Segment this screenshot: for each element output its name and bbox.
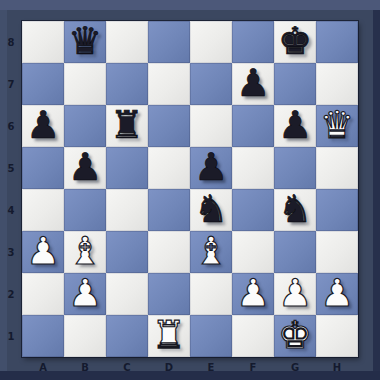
square-f5[interactable] (232, 147, 274, 189)
square-b7[interactable] (64, 63, 106, 105)
square-c4[interactable] (106, 189, 148, 231)
rank-label-3: 3 (0, 231, 22, 273)
square-f8[interactable] (232, 21, 274, 63)
square-d5[interactable] (148, 147, 190, 189)
square-a7[interactable] (22, 63, 64, 105)
square-g2[interactable]: ♟ (274, 273, 316, 315)
square-h4[interactable] (316, 189, 358, 231)
square-h5[interactable] (316, 147, 358, 189)
square-f2[interactable]: ♟ (232, 273, 274, 315)
square-d7[interactable] (148, 63, 190, 105)
square-a2[interactable] (22, 273, 64, 315)
rank-label-5: 5 (0, 147, 22, 189)
square-d1[interactable]: ♜ (148, 315, 190, 357)
black-king-piece[interactable]: ♚ (278, 20, 312, 62)
rank-label-2: 2 (0, 273, 22, 315)
black-knight-piece[interactable]: ♞ (194, 188, 228, 230)
square-g3[interactable] (274, 231, 316, 273)
square-e6[interactable] (190, 105, 232, 147)
square-b6[interactable] (64, 105, 106, 147)
black-knight-piece[interactable]: ♞ (278, 188, 312, 230)
square-b1[interactable] (64, 315, 106, 357)
square-a1[interactable] (22, 315, 64, 357)
white-pawn-piece[interactable]: ♟ (278, 272, 312, 314)
square-f7[interactable]: ♟ (232, 63, 274, 105)
square-e2[interactable] (190, 273, 232, 315)
square-d3[interactable] (148, 231, 190, 273)
square-h7[interactable] (316, 63, 358, 105)
rank-label-6: 6 (0, 105, 22, 147)
square-g4[interactable]: ♞ (274, 189, 316, 231)
square-g7[interactable] (274, 63, 316, 105)
black-rook-piece[interactable]: ♜ (110, 104, 144, 146)
square-c5[interactable] (106, 147, 148, 189)
square-d6[interactable] (148, 105, 190, 147)
white-king-piece[interactable]: ♚ (278, 314, 312, 356)
square-d2[interactable] (148, 273, 190, 315)
square-b4[interactable] (64, 189, 106, 231)
square-b3[interactable]: ♝ (64, 231, 106, 273)
white-pawn-piece[interactable]: ♟ (26, 230, 60, 272)
square-h1[interactable] (316, 315, 358, 357)
file-label-b: B (64, 358, 106, 376)
file-label-e: E (190, 358, 232, 376)
black-pawn-piece[interactable]: ♟ (278, 104, 312, 146)
square-f6[interactable] (232, 105, 274, 147)
square-a6[interactable]: ♟ (22, 105, 64, 147)
file-label-d: D (148, 358, 190, 376)
rank-label-7: 7 (0, 63, 22, 105)
square-f4[interactable] (232, 189, 274, 231)
square-a3[interactable]: ♟ (22, 231, 64, 273)
square-d8[interactable] (148, 21, 190, 63)
square-e4[interactable]: ♞ (190, 189, 232, 231)
white-rook-piece[interactable]: ♜ (152, 314, 186, 356)
square-e8[interactable] (190, 21, 232, 63)
square-c1[interactable] (106, 315, 148, 357)
square-a5[interactable] (22, 147, 64, 189)
square-h6[interactable]: ♛ (316, 105, 358, 147)
frame-bevel-right (373, 10, 380, 371)
square-b2[interactable]: ♟ (64, 273, 106, 315)
square-g6[interactable]: ♟ (274, 105, 316, 147)
white-pawn-piece[interactable]: ♟ (320, 272, 354, 314)
square-c8[interactable] (106, 21, 148, 63)
square-g5[interactable] (274, 147, 316, 189)
black-pawn-piece[interactable]: ♟ (194, 146, 228, 188)
chess-board[interactable]: ♛♚♟♟♜♟♛♟♟♞♞♟♝♝♟♟♟♟♜♚ (22, 21, 358, 357)
file-label-f: F (232, 358, 274, 376)
square-e3[interactable]: ♝ (190, 231, 232, 273)
file-label-a: A (22, 358, 64, 376)
square-e7[interactable] (190, 63, 232, 105)
square-a8[interactable] (22, 21, 64, 63)
square-b5[interactable]: ♟ (64, 147, 106, 189)
square-c6[interactable]: ♜ (106, 105, 148, 147)
square-e1[interactable] (190, 315, 232, 357)
rank-label-1: 1 (0, 315, 22, 357)
black-pawn-piece[interactable]: ♟ (68, 146, 102, 188)
rank-labels: 87654321 (0, 21, 22, 357)
file-label-h: H (316, 358, 358, 376)
square-g1[interactable]: ♚ (274, 315, 316, 357)
square-h8[interactable] (316, 21, 358, 63)
white-pawn-piece[interactable]: ♟ (236, 272, 270, 314)
square-c3[interactable] (106, 231, 148, 273)
square-h3[interactable] (316, 231, 358, 273)
rank-label-8: 8 (0, 21, 22, 63)
rank-label-4: 4 (0, 189, 22, 231)
square-f3[interactable] (232, 231, 274, 273)
white-bishop-piece[interactable]: ♝ (194, 230, 228, 272)
square-h2[interactable]: ♟ (316, 273, 358, 315)
file-labels: ABCDEFGH (22, 358, 358, 376)
square-b8[interactable]: ♛ (64, 21, 106, 63)
file-label-c: C (106, 358, 148, 376)
square-c2[interactable] (106, 273, 148, 315)
square-c7[interactable] (106, 63, 148, 105)
black-pawn-piece[interactable]: ♟ (26, 104, 60, 146)
white-bishop-piece[interactable]: ♝ (68, 230, 102, 272)
black-pawn-piece[interactable]: ♟ (236, 62, 270, 104)
frame-bevel-top (0, 0, 380, 10)
file-label-g: G (274, 358, 316, 376)
square-a4[interactable] (22, 189, 64, 231)
square-g8[interactable]: ♚ (274, 21, 316, 63)
white-pawn-piece[interactable]: ♟ (68, 272, 102, 314)
chess-diagram: 87654321 ♛♚♟♟♜♟♛♟♟♞♞♟♝♝♟♟♟♟♜♚ ABCDEFGH (0, 0, 380, 380)
square-e5[interactable]: ♟ (190, 147, 232, 189)
white-queen-piece[interactable]: ♛ (320, 104, 354, 146)
square-d4[interactable] (148, 189, 190, 231)
black-queen-piece[interactable]: ♛ (68, 20, 102, 62)
square-f1[interactable] (232, 315, 274, 357)
